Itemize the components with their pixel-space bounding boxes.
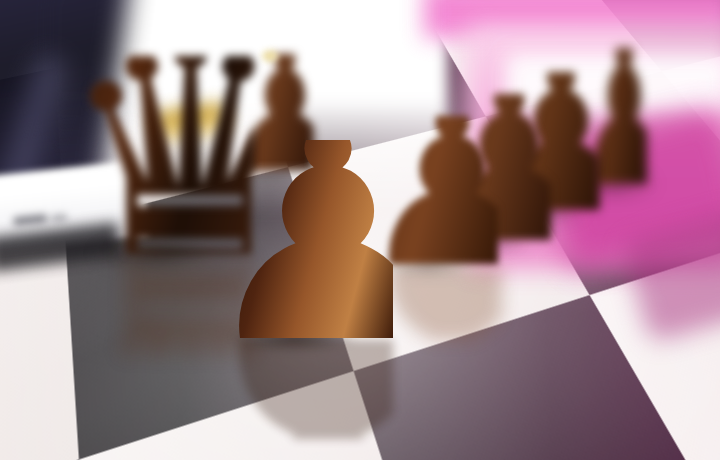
chess-photo-scene: ♟♟♟♟♛♛♟♟♟♟ (0, 0, 720, 460)
piece-shadow (495, 200, 586, 219)
piece-shadow (229, 324, 360, 352)
piece-tip-highlight (262, 50, 278, 62)
board-edge-marking-2 (51, 214, 68, 222)
board-edge-marking (13, 214, 48, 226)
piece-shadow (439, 230, 535, 250)
piece-shadow (91, 240, 222, 268)
piece-shadow (379, 254, 477, 275)
white-band-bokeh (506, 54, 720, 114)
piece-shadow (232, 162, 309, 178)
piece-shadow (567, 174, 657, 193)
